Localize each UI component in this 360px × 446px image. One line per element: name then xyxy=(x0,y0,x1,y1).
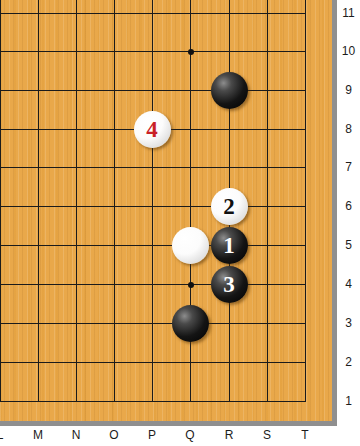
row-label-4: 4 xyxy=(337,276,360,292)
col-label-S: S xyxy=(257,427,277,443)
row-label-2: 2 xyxy=(337,354,360,370)
move-number-label: 4 xyxy=(146,118,158,141)
row-label-1: 1 xyxy=(337,393,360,409)
grid-line-horizontal xyxy=(0,167,306,168)
stone-black-R4[interactable]: 3 xyxy=(211,266,248,303)
row-label-11: 11 xyxy=(337,5,360,21)
col-label-T: T xyxy=(295,427,315,443)
grid-line-horizontal xyxy=(0,245,306,246)
row-label-6: 6 xyxy=(337,198,360,214)
grid-line-horizontal xyxy=(0,401,306,402)
row-label-9: 9 xyxy=(337,82,360,98)
col-label-L: L xyxy=(0,427,10,443)
row-label-8: 8 xyxy=(337,121,360,137)
stone-black-R9[interactable] xyxy=(211,72,248,109)
star-point xyxy=(188,282,194,288)
grid-line-horizontal xyxy=(0,323,306,324)
stone-white-P8[interactable]: 4 xyxy=(134,111,171,148)
col-label-M: M xyxy=(28,427,48,443)
move-number-label: 2 xyxy=(223,195,235,218)
grid-line-vertical xyxy=(38,0,39,402)
stone-black-R5[interactable]: 1 xyxy=(211,227,248,264)
grid-line-vertical xyxy=(152,0,153,402)
col-label-R: R xyxy=(219,427,239,443)
grid-line-vertical xyxy=(305,0,306,402)
grid-line-horizontal xyxy=(0,362,306,363)
grid-line-vertical xyxy=(114,0,115,402)
grid-line-vertical xyxy=(190,0,191,402)
go-board[interactable]: 4213 xyxy=(0,0,337,426)
row-label-10: 10 xyxy=(337,43,360,59)
stone-black-Q3[interactable] xyxy=(172,305,209,342)
row-label-3: 3 xyxy=(337,315,360,331)
row-label-5: 5 xyxy=(337,237,360,253)
grid-line-horizontal xyxy=(0,284,306,285)
col-label-Q: Q xyxy=(180,427,200,443)
star-point xyxy=(188,49,194,55)
go-diagram: 4213 1110987654321LMNOPQRST xyxy=(0,0,360,446)
move-number-label: 1 xyxy=(223,234,235,257)
stone-white-Q5[interactable] xyxy=(172,227,209,264)
col-label-P: P xyxy=(142,427,162,443)
grid-line-horizontal xyxy=(0,206,306,207)
col-label-N: N xyxy=(66,427,86,443)
grid-line-vertical xyxy=(76,0,77,402)
grid-line-horizontal xyxy=(0,90,306,91)
grid-line-horizontal xyxy=(0,51,306,52)
row-label-7: 7 xyxy=(337,159,360,175)
grid-line-horizontal xyxy=(0,13,306,14)
move-number-label: 3 xyxy=(223,273,235,296)
stone-white-R6[interactable]: 2 xyxy=(211,188,248,225)
col-label-O: O xyxy=(104,427,124,443)
grid-line-vertical xyxy=(0,0,1,402)
grid-line-vertical xyxy=(267,0,268,402)
